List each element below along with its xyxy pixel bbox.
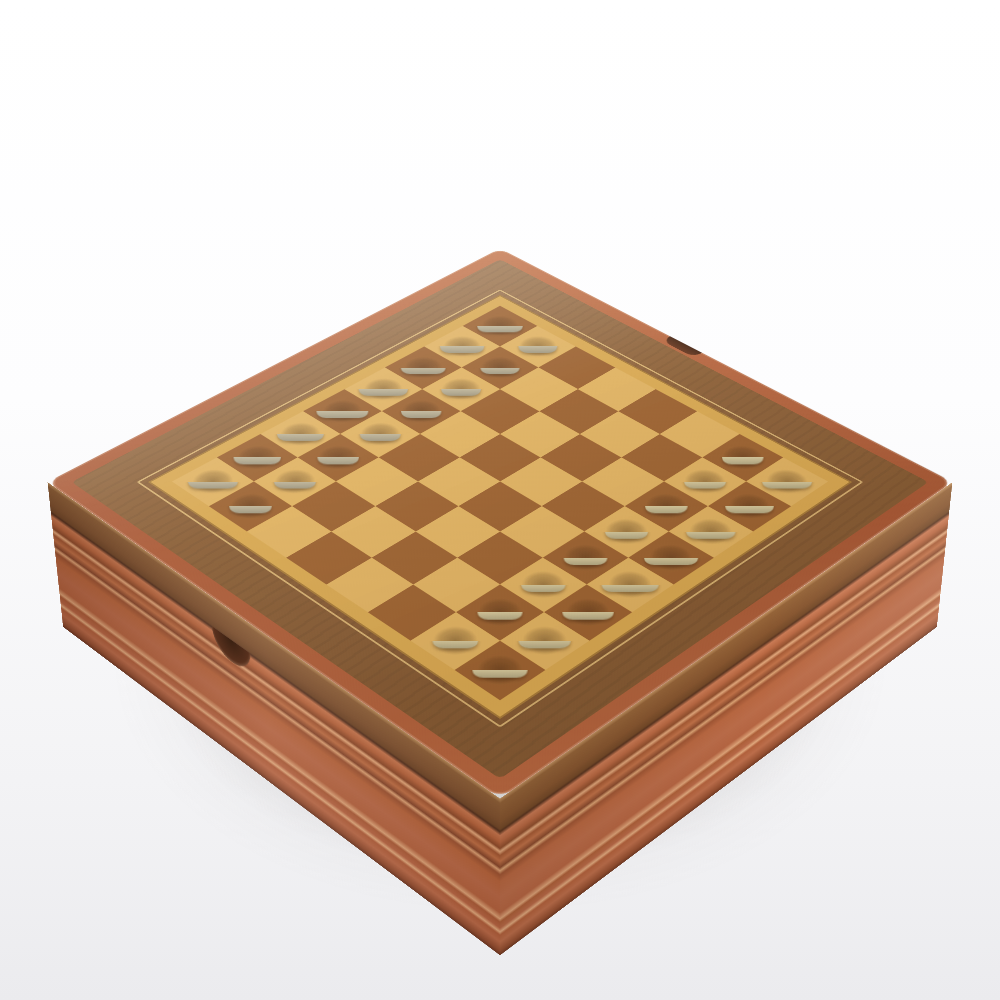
pawn-glyph: ♟ [200, 404, 302, 506]
rook-glyph: ♜ [438, 545, 563, 670]
lid-notch-front [212, 626, 252, 676]
photo-backdrop: ♜♟♟♜♞♟♟♞♝♟♟♝♛♟♟♛♚♟♟♚♝♟♟♝♞♟♟♞♜♟♟♜ [0, 0, 1000, 1000]
scene: ♜♟♟♜♞♟♟♞♝♟♟♝♛♟♟♛♚♟♟♚♝♟♟♝♞♟♟♞♜♟♟♜ [0, 0, 1000, 1000]
chess-box: ♜♟♟♜♞♟♟♞♝♟♟♝♛♟♟♛♚♟♟♚♝♟♟♝♞♟♟♞♜♟♟♜ [47, 248, 952, 798]
